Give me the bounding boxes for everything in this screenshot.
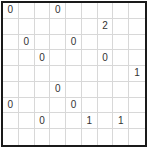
cell-r5c9-clue: 1 xyxy=(129,66,145,82)
cell-r6c8[interactable] xyxy=(113,82,129,98)
cell-r8c5[interactable] xyxy=(66,113,82,129)
cell-r2c1[interactable] xyxy=(3,19,19,35)
cell-r7c6[interactable] xyxy=(82,98,98,114)
cell-r6c4-clue: 0 xyxy=(50,82,66,98)
cell-r3c4[interactable] xyxy=(50,35,66,51)
cell-r2c3[interactable] xyxy=(35,19,51,35)
cell-r1c2[interactable] xyxy=(19,3,35,19)
cell-r7c3[interactable] xyxy=(35,98,51,114)
cell-r3c2-clue: 0 xyxy=(19,35,35,51)
cell-r8c8-clue: 1 xyxy=(113,113,129,129)
cell-r3c3[interactable] xyxy=(35,35,51,51)
cell-r5c8[interactable] xyxy=(113,66,129,82)
cell-r7c8[interactable] xyxy=(113,98,129,114)
cell-r5c4[interactable] xyxy=(50,66,66,82)
cell-r1c8[interactable] xyxy=(113,3,129,19)
cell-r2c9[interactable] xyxy=(129,19,145,35)
cell-r5c6[interactable] xyxy=(82,66,98,82)
cell-r8c9[interactable] xyxy=(129,113,145,129)
cell-r3c7[interactable] xyxy=(98,35,114,51)
cell-r4c5[interactable] xyxy=(66,50,82,66)
cell-r8c2[interactable] xyxy=(19,113,35,129)
cell-r4c8[interactable] xyxy=(113,50,129,66)
cell-r6c7[interactable] xyxy=(98,82,114,98)
cell-r8c7[interactable] xyxy=(98,113,114,129)
cell-r2c6[interactable] xyxy=(82,19,98,35)
cell-r3c8[interactable] xyxy=(113,35,129,51)
cell-r3c5-clue: 0 xyxy=(66,35,82,51)
cell-r4c3-clue: 0 xyxy=(35,50,51,66)
cell-r1c9[interactable] xyxy=(129,3,145,19)
cell-r9c9[interactable] xyxy=(129,129,145,145)
cell-r6c2[interactable] xyxy=(19,82,35,98)
cell-r4c7-clue: 0 xyxy=(98,50,114,66)
cell-r6c1[interactable] xyxy=(3,82,19,98)
cell-r7c2[interactable] xyxy=(19,98,35,114)
cell-r1c5[interactable] xyxy=(66,3,82,19)
cell-r8c4[interactable] xyxy=(50,113,66,129)
cell-r9c2[interactable] xyxy=(19,129,35,145)
cell-r3c6[interactable] xyxy=(82,35,98,51)
cell-r9c7[interactable] xyxy=(98,129,114,145)
cell-r4c6[interactable] xyxy=(82,50,98,66)
cell-r5c5[interactable] xyxy=(66,66,82,82)
cell-r3c9[interactable] xyxy=(129,35,145,51)
cell-r6c5[interactable] xyxy=(66,82,82,98)
cell-r5c1[interactable] xyxy=(3,66,19,82)
cell-r5c3[interactable] xyxy=(35,66,51,82)
puzzle-board: 00200001000011 xyxy=(1,1,147,147)
cell-r9c5[interactable] xyxy=(66,129,82,145)
cell-r7c4[interactable] xyxy=(50,98,66,114)
cell-r2c4[interactable] xyxy=(50,19,66,35)
cell-r7c1-clue: 0 xyxy=(3,98,19,114)
cell-r2c5[interactable] xyxy=(66,19,82,35)
cell-r5c2[interactable] xyxy=(19,66,35,82)
cell-r4c1[interactable] xyxy=(3,50,19,66)
cell-r9c1[interactable] xyxy=(3,129,19,145)
cell-r2c2[interactable] xyxy=(19,19,35,35)
cell-r9c4[interactable] xyxy=(50,129,66,145)
cell-r9c3[interactable] xyxy=(35,129,51,145)
cell-r4c2[interactable] xyxy=(19,50,35,66)
cell-r4c4[interactable] xyxy=(50,50,66,66)
cell-r4c9[interactable] xyxy=(129,50,145,66)
cell-r6c3[interactable] xyxy=(35,82,51,98)
cell-r2c7-clue: 2 xyxy=(98,19,114,35)
cell-r9c6[interactable] xyxy=(82,129,98,145)
cell-r9c8[interactable] xyxy=(113,129,129,145)
cell-r6c6[interactable] xyxy=(82,82,98,98)
cell-r8c1[interactable] xyxy=(3,113,19,129)
cell-r1c1-clue: 0 xyxy=(3,3,19,19)
cell-r2c8[interactable] xyxy=(113,19,129,35)
cell-r1c3[interactable] xyxy=(35,3,51,19)
cell-r7c7[interactable] xyxy=(98,98,114,114)
cell-r8c3-clue: 0 xyxy=(35,113,51,129)
cell-r7c9[interactable] xyxy=(129,98,145,114)
cell-r6c9[interactable] xyxy=(129,82,145,98)
cell-r1c7[interactable] xyxy=(98,3,114,19)
cell-r5c7[interactable] xyxy=(98,66,114,82)
cell-r1c4-clue: 0 xyxy=(50,3,66,19)
cell-r1c6[interactable] xyxy=(82,3,98,19)
cell-r7c5-clue: 0 xyxy=(66,98,82,114)
cell-r3c1[interactable] xyxy=(3,35,19,51)
cell-r8c6-clue: 1 xyxy=(82,113,98,129)
